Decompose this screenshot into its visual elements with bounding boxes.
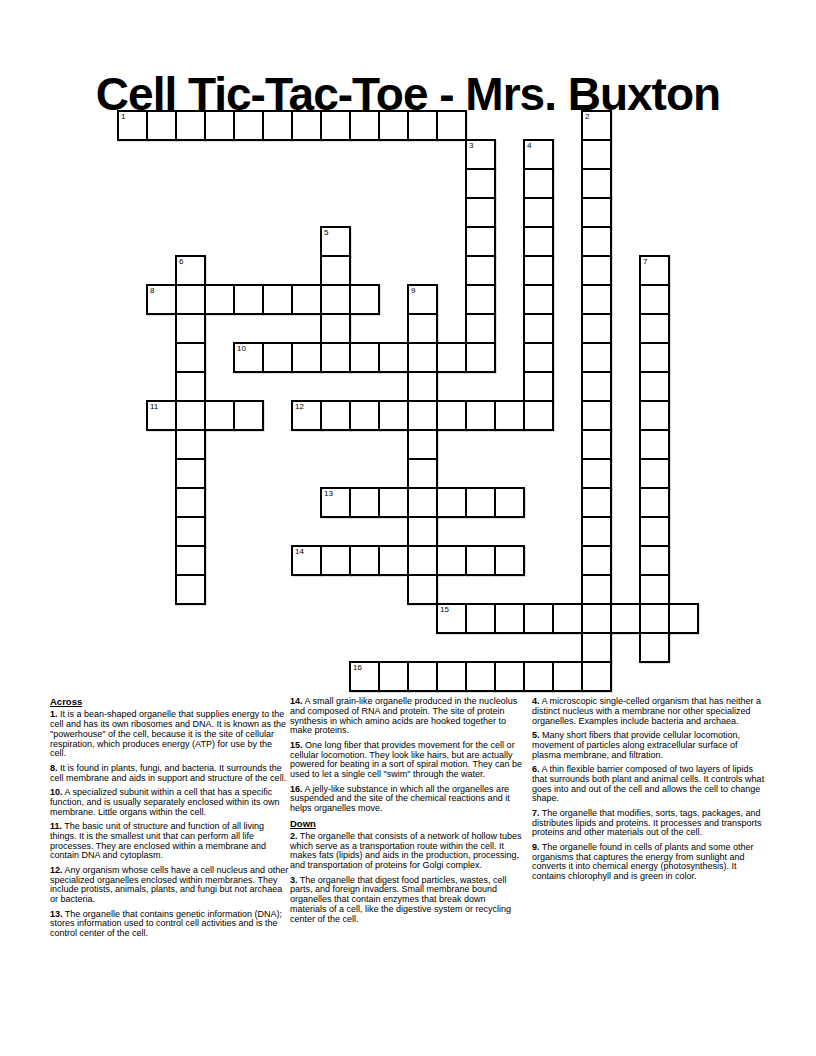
grid-cell-r6c5[interactable] xyxy=(262,284,293,315)
grid-cell-r12c10[interactable] xyxy=(407,458,438,489)
down-clues-header: Down xyxy=(290,819,523,829)
grid-cell-r1c14[interactable]: 4 xyxy=(523,139,554,170)
grid-cell-r7c18[interactable] xyxy=(639,313,670,344)
clue-number: 15. xyxy=(290,740,303,750)
grid-cell-r0c5[interactable] xyxy=(262,110,293,141)
grid-cell-r9c14[interactable] xyxy=(523,371,554,402)
grid-cell-r15c11[interactable] xyxy=(436,545,467,576)
grid-cell-r10c18[interactable] xyxy=(639,400,670,431)
grid-cell-r10c11[interactable] xyxy=(436,400,467,431)
cell-number-7: 7 xyxy=(643,257,647,266)
cell-number-16: 16 xyxy=(353,663,362,672)
grid-cell-r4c14[interactable] xyxy=(523,226,554,257)
grid-cell-r10c10[interactable] xyxy=(407,400,438,431)
grid-cell-r10c4[interactable] xyxy=(233,400,264,431)
clue-number: 13. xyxy=(50,909,63,919)
grid-cell-r6c10[interactable]: 9 xyxy=(407,284,438,315)
grid-cell-r5c2[interactable]: 6 xyxy=(175,255,206,286)
grid-cell-r12c2[interactable] xyxy=(175,458,206,489)
clue-down-3: 3. The organelle that digest food partic… xyxy=(290,876,523,925)
clues-column-3: 4. A microscopic single-celled organism … xyxy=(532,697,765,887)
grid-cell-r13c11[interactable] xyxy=(436,487,467,518)
grid-cell-r6c12[interactable] xyxy=(465,284,496,315)
grid-cell-r11c16[interactable] xyxy=(581,429,612,460)
clue-number: 14. xyxy=(290,696,303,706)
grid-cell-r6c18[interactable] xyxy=(639,284,670,315)
cell-number-15: 15 xyxy=(440,605,449,614)
clue-across-15: 15. One long fiber that provides movemen… xyxy=(290,741,523,780)
grid-cell-r7c2[interactable] xyxy=(175,313,206,344)
grid-cell-r12c16[interactable] xyxy=(581,458,612,489)
grid-cell-r15c8[interactable] xyxy=(349,545,380,576)
clue-number: 5. xyxy=(532,730,540,740)
grid-cell-r0c1[interactable] xyxy=(146,110,177,141)
grid-cell-r1c12[interactable]: 3 xyxy=(465,139,496,170)
grid-cell-r19c14[interactable] xyxy=(523,661,554,692)
grid-cell-r19c11[interactable] xyxy=(436,661,467,692)
cell-number-14: 14 xyxy=(295,547,304,556)
grid-cell-r13c2[interactable] xyxy=(175,487,206,518)
grid-cell-r19c15[interactable] xyxy=(552,661,583,692)
grid-cell-r0c9[interactable] xyxy=(378,110,409,141)
grid-cell-r13c12[interactable] xyxy=(465,487,496,518)
grid-cell-r17c19[interactable] xyxy=(668,603,699,634)
grid-cell-r17c17[interactable] xyxy=(610,603,641,634)
grid-cell-r8c11[interactable] xyxy=(436,342,467,373)
grid-cell-r15c2[interactable] xyxy=(175,545,206,576)
grid-cell-r2c14[interactable] xyxy=(523,168,554,199)
worksheet-page: Cell Tic-Tac-Toe - Mrs. Buxton 123456789… xyxy=(0,0,816,1056)
grid-cell-r10c1[interactable]: 11 xyxy=(146,400,177,431)
grid-cell-r0c3[interactable] xyxy=(204,110,235,141)
grid-cell-r14c10[interactable] xyxy=(407,516,438,547)
grid-cell-r17c12[interactable] xyxy=(465,603,496,634)
grid-cell-r13c16[interactable] xyxy=(581,487,612,518)
clues-column-2: 14. A small grain-like organelle produce… xyxy=(290,697,523,929)
clue-number: 9. xyxy=(532,842,540,852)
grid-cell-r8c5[interactable] xyxy=(262,342,293,373)
clue-down-7: 7. The organelle that modifies, sorts, t… xyxy=(532,809,765,838)
grid-cell-r17c11[interactable]: 15 xyxy=(436,603,467,634)
grid-cell-r13c13[interactable] xyxy=(494,487,525,518)
grid-cell-r6c3[interactable] xyxy=(204,284,235,315)
clue-number: 4. xyxy=(532,696,540,706)
grid-cell-r4c12[interactable] xyxy=(465,226,496,257)
grid-cell-r6c4[interactable] xyxy=(233,284,264,315)
grid-cell-r19c10[interactable] xyxy=(407,661,438,692)
grid-cell-r4c16[interactable] xyxy=(581,226,612,257)
grid-cell-r0c0[interactable]: 1 xyxy=(117,110,148,141)
grid-cell-r0c16[interactable]: 2 xyxy=(581,110,612,141)
grid-cell-r14c2[interactable] xyxy=(175,516,206,547)
grid-cell-r2c12[interactable] xyxy=(465,168,496,199)
grid-cell-r8c7[interactable] xyxy=(320,342,351,373)
grid-cell-r9c18[interactable] xyxy=(639,371,670,402)
grid-cell-r10c3[interactable] xyxy=(204,400,235,431)
grid-cell-r8c14[interactable] xyxy=(523,342,554,373)
grid-cell-r6c7[interactable] xyxy=(320,284,351,315)
grid-cell-r18c16[interactable] xyxy=(581,632,612,663)
grid-cell-r8c2[interactable] xyxy=(175,342,206,373)
grid-cell-r13c18[interactable] xyxy=(639,487,670,518)
cell-number-9: 9 xyxy=(411,286,415,295)
grid-cell-r15c10[interactable] xyxy=(407,545,438,576)
clue-down-6: 6. A thin flexible barrier composed of t… xyxy=(532,765,765,804)
cell-number-4: 4 xyxy=(527,141,531,150)
grid-cell-r10c9[interactable] xyxy=(378,400,409,431)
grid-cell-r8c12[interactable] xyxy=(465,342,496,373)
clue-number: 6. xyxy=(532,764,540,774)
cell-number-12: 12 xyxy=(295,402,304,411)
grid-cell-r19c16[interactable] xyxy=(581,661,612,692)
grid-cell-r15c9[interactable] xyxy=(378,545,409,576)
grid-cell-r14c18[interactable] xyxy=(639,516,670,547)
cell-number-3: 3 xyxy=(469,141,473,150)
clue-across-8: 8. It is found in plants, fungi, and bac… xyxy=(50,764,289,784)
grid-cell-r10c16[interactable] xyxy=(581,400,612,431)
grid-cell-r8c6[interactable] xyxy=(291,342,322,373)
grid-cell-r9c10[interactable] xyxy=(407,371,438,402)
grid-cell-r6c16[interactable] xyxy=(581,284,612,315)
cell-number-6: 6 xyxy=(179,257,183,266)
grid-cell-r5c16[interactable] xyxy=(581,255,612,286)
grid-cell-r5c14[interactable] xyxy=(523,255,554,286)
grid-cell-r11c10[interactable] xyxy=(407,429,438,460)
grid-cell-r15c13[interactable] xyxy=(494,545,525,576)
cell-number-1: 1 xyxy=(121,112,125,121)
grid-cell-r0c10[interactable] xyxy=(407,110,438,141)
clue-number: 16. xyxy=(290,784,303,794)
grid-cell-r10c7[interactable] xyxy=(320,400,351,431)
clue-number: 2. xyxy=(290,831,298,841)
grid-cell-r17c15[interactable] xyxy=(552,603,583,634)
grid-cell-r1c16[interactable] xyxy=(581,139,612,170)
grid-cell-r10c2[interactable] xyxy=(175,400,206,431)
grid-cell-r7c16[interactable] xyxy=(581,313,612,344)
grid-cell-r8c4[interactable]: 10 xyxy=(233,342,264,373)
grid-cell-r9c2[interactable] xyxy=(175,371,206,402)
clue-across-11: 11. The basic unit of structure and func… xyxy=(50,822,289,861)
grid-cell-r17c14[interactable] xyxy=(523,603,554,634)
clue-across-13: 13. The organelle that contains genetic … xyxy=(50,910,289,939)
grid-cell-r11c2[interactable] xyxy=(175,429,206,460)
grid-cell-r10c8[interactable] xyxy=(349,400,380,431)
grid-cell-r0c4[interactable] xyxy=(233,110,264,141)
grid-cell-r16c2[interactable] xyxy=(175,574,206,605)
grid-cell-r5c18[interactable]: 7 xyxy=(639,255,670,286)
grid-cell-r0c11[interactable] xyxy=(436,110,467,141)
grid-cell-r9c16[interactable] xyxy=(581,371,612,402)
grid-cell-r19c13[interactable] xyxy=(494,661,525,692)
grid-cell-r15c16[interactable] xyxy=(581,545,612,576)
cell-number-13: 13 xyxy=(324,489,333,498)
grid-cell-r3c16[interactable] xyxy=(581,197,612,228)
cell-number-2: 2 xyxy=(585,112,589,121)
grid-cell-r7c7[interactable] xyxy=(320,313,351,344)
grid-cell-r15c7[interactable] xyxy=(320,545,351,576)
grid-cell-r17c16[interactable] xyxy=(581,603,612,634)
clue-number: 10. xyxy=(50,787,63,797)
grid-cell-r8c8[interactable] xyxy=(349,342,380,373)
grid-cell-r13c8[interactable] xyxy=(349,487,380,518)
grid-cell-r10c14[interactable] xyxy=(523,400,554,431)
grid-cell-r0c2[interactable] xyxy=(175,110,206,141)
grid-cell-r17c13[interactable] xyxy=(494,603,525,634)
grid-cell-r11c18[interactable] xyxy=(639,429,670,460)
clue-across-14: 14. A small grain-like organelle produce… xyxy=(290,697,523,736)
crossword-grid: 12345678910111213141516 xyxy=(117,110,699,692)
grid-cell-r16c18[interactable] xyxy=(639,574,670,605)
grid-cell-r7c14[interactable] xyxy=(523,313,554,344)
grid-cell-r13c10[interactable] xyxy=(407,487,438,518)
grid-cell-r8c9[interactable] xyxy=(378,342,409,373)
cell-number-11: 11 xyxy=(150,402,158,411)
clue-number: 7. xyxy=(532,808,540,818)
clue-number: 12. xyxy=(50,865,63,875)
grid-cell-r10c6[interactable]: 12 xyxy=(291,400,322,431)
cell-number-10: 10 xyxy=(237,344,246,353)
grid-cell-r6c6[interactable] xyxy=(291,284,322,315)
clues-column-1: Across1. It is a bean-shaped organelle t… xyxy=(50,697,289,944)
clue-number: 11. xyxy=(50,821,62,831)
grid-cell-r0c8[interactable] xyxy=(349,110,380,141)
grid-cell-r0c6[interactable] xyxy=(291,110,322,141)
grid-cell-r5c12[interactable] xyxy=(465,255,496,286)
clue-across-10: 10. A specialized subunit within a cell … xyxy=(50,788,289,817)
clue-across-16: 16. A jelly-like substance in which all … xyxy=(290,785,523,814)
grid-cell-r15c6[interactable]: 14 xyxy=(291,545,322,576)
grid-cell-r16c16[interactable] xyxy=(581,574,612,605)
grid-cell-r13c9[interactable] xyxy=(378,487,409,518)
clue-down-2: 2. The organelle that consists of a netw… xyxy=(290,832,523,871)
grid-cell-r13c7[interactable]: 13 xyxy=(320,487,351,518)
grid-cell-r8c18[interactable] xyxy=(639,342,670,373)
grid-cell-r0c7[interactable] xyxy=(320,110,351,141)
grid-cell-r5c7[interactable] xyxy=(320,255,351,286)
across-clues-header: Across xyxy=(50,697,289,707)
grid-cell-r10c13[interactable] xyxy=(494,400,525,431)
grid-cell-r14c16[interactable] xyxy=(581,516,612,547)
grid-cell-r4c7[interactable]: 5 xyxy=(320,226,351,257)
clue-number: 3. xyxy=(290,875,298,885)
clue-down-5: 5. Many short fibers that provide cellul… xyxy=(532,731,765,760)
grid-cell-r6c8[interactable] xyxy=(349,284,380,315)
grid-cell-r15c18[interactable] xyxy=(639,545,670,576)
clue-down-9: 9. The organelle found in cells of plant… xyxy=(532,843,765,882)
grid-cell-r2c16[interactable] xyxy=(581,168,612,199)
grid-cell-r19c8[interactable]: 16 xyxy=(349,661,380,692)
grid-cell-r12c18[interactable] xyxy=(639,458,670,489)
grid-cell-r8c10[interactable] xyxy=(407,342,438,373)
grid-cell-r3c14[interactable] xyxy=(523,197,554,228)
grid-cell-r3c12[interactable] xyxy=(465,197,496,228)
grid-cell-r10c12[interactable] xyxy=(465,400,496,431)
clue-across-1: 1. It is a bean-shaped organelle that su… xyxy=(50,710,289,759)
clue-number: 8. xyxy=(50,763,58,773)
grid-cell-r19c12[interactable] xyxy=(465,661,496,692)
cell-number-8: 8 xyxy=(150,286,154,295)
clue-number: 1. xyxy=(50,709,58,719)
grid-cell-r8c16[interactable] xyxy=(581,342,612,373)
grid-cell-r19c9[interactable] xyxy=(378,661,409,692)
grid-cell-r16c10[interactable] xyxy=(407,574,438,605)
grid-cell-r18c18[interactable] xyxy=(639,632,670,663)
clue-across-12: 12. Any organism whose cells have a cell… xyxy=(50,866,289,905)
clue-down-4: 4. A microscopic single-celled organism … xyxy=(532,697,765,726)
grid-cell-r7c10[interactable] xyxy=(407,313,438,344)
grid-cell-r6c2[interactable] xyxy=(175,284,206,315)
grid-cell-r6c1[interactable]: 8 xyxy=(146,284,177,315)
cell-number-5: 5 xyxy=(324,228,328,237)
grid-cell-r6c14[interactable] xyxy=(523,284,554,315)
grid-cell-r17c18[interactable] xyxy=(639,603,670,634)
grid-cell-r7c12[interactable] xyxy=(465,313,496,344)
grid-cell-r15c12[interactable] xyxy=(465,545,496,576)
